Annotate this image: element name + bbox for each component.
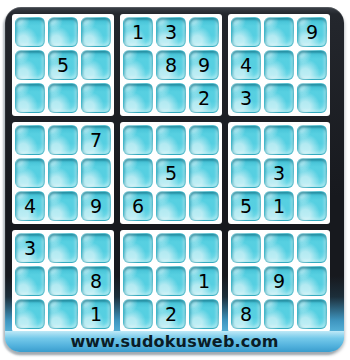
sudoku-cell-r6c9[interactable] (297, 191, 327, 221)
sudoku-box: 56 (120, 122, 222, 224)
cell-digit: 1 (90, 299, 102, 329)
sudoku-cell-r2c8[interactable] (264, 50, 294, 80)
sudoku-cell-r9c4[interactable] (123, 299, 153, 329)
sudoku-cell-r6c3[interactable]: 9 (81, 191, 111, 221)
cell-digit: 4 (240, 50, 252, 80)
sudoku-cell-r4c6[interactable] (189, 125, 219, 155)
sudoku-cell-r7c9[interactable] (297, 233, 327, 263)
sudoku-cell-r9c8[interactable] (264, 299, 294, 329)
sudoku-cell-r5c4[interactable] (123, 158, 153, 188)
sudoku-cell-r5c2[interactable] (48, 158, 78, 188)
sudoku-cell-r3c3[interactable] (81, 83, 111, 113)
sudoku-cell-r9c1[interactable] (15, 299, 45, 329)
sudoku-cell-r3c8[interactable] (264, 83, 294, 113)
cell-digit: 1 (198, 266, 210, 296)
sudoku-cell-r8c8[interactable]: 9 (264, 266, 294, 296)
sudoku-cell-r8c7[interactable] (231, 266, 261, 296)
cell-digit: 3 (24, 233, 36, 263)
sudoku-app-frame: 513892943749563513811298 www.sudokusweb.… (5, 7, 344, 352)
sudoku-cell-r7c1[interactable]: 3 (15, 233, 45, 263)
sudoku-cell-r8c5[interactable] (156, 266, 186, 296)
sudoku-cell-r4c1[interactable] (15, 125, 45, 155)
sudoku-cell-r1c4[interactable]: 1 (123, 17, 153, 47)
sudoku-cell-r6c2[interactable] (48, 191, 78, 221)
sudoku-cell-r4c3[interactable]: 7 (81, 125, 111, 155)
sudoku-cell-r4c7[interactable] (231, 125, 261, 155)
sudoku-cell-r1c9[interactable]: 9 (297, 17, 327, 47)
sudoku-cell-r1c2[interactable] (48, 17, 78, 47)
sudoku-cell-r4c2[interactable] (48, 125, 78, 155)
cell-digit: 1 (273, 191, 285, 221)
sudoku-cell-r7c3[interactable] (81, 233, 111, 263)
sudoku-cell-r1c1[interactable] (15, 17, 45, 47)
sudoku-cell-r7c5[interactable] (156, 233, 186, 263)
sudoku-cell-r2c3[interactable] (81, 50, 111, 80)
sudoku-cell-r9c7[interactable]: 8 (231, 299, 261, 329)
cell-digit: 2 (198, 83, 210, 113)
sudoku-cell-r5c5[interactable]: 5 (156, 158, 186, 188)
cell-digit: 3 (165, 17, 177, 47)
sudoku-cell-r6c8[interactable]: 1 (264, 191, 294, 221)
sudoku-cell-r7c7[interactable] (231, 233, 261, 263)
cell-digit: 3 (240, 83, 252, 113)
sudoku-cell-r5c3[interactable] (81, 158, 111, 188)
sudoku-box: 12 (120, 230, 222, 332)
cell-digit: 8 (240, 299, 252, 329)
sudoku-cell-r2c4[interactable] (123, 50, 153, 80)
cell-digit: 3 (273, 158, 285, 188)
sudoku-cell-r1c8[interactable] (264, 17, 294, 47)
sudoku-cell-r3c2[interactable] (48, 83, 78, 113)
cell-digit: 5 (57, 50, 69, 80)
sudoku-box: 381 (12, 230, 114, 332)
cell-digit: 2 (165, 299, 177, 329)
sudoku-cell-r2c5[interactable]: 8 (156, 50, 186, 80)
cell-digit: 5 (240, 191, 252, 221)
sudoku-box: 749 (12, 122, 114, 224)
sudoku-box: 13892 (120, 14, 222, 116)
footer-bar: www.sudokusweb.com (5, 331, 344, 352)
sudoku-cell-r4c5[interactable] (156, 125, 186, 155)
sudoku-cell-r5c8[interactable]: 3 (264, 158, 294, 188)
sudoku-cell-r2c1[interactable] (15, 50, 45, 80)
sudoku-cell-r7c8[interactable] (264, 233, 294, 263)
sudoku-cell-r5c6[interactable] (189, 158, 219, 188)
sudoku-cell-r8c9[interactable] (297, 266, 327, 296)
sudoku-cell-r7c2[interactable] (48, 233, 78, 263)
sudoku-cell-r2c9[interactable] (297, 50, 327, 80)
sudoku-cell-r1c7[interactable] (231, 17, 261, 47)
sudoku-cell-r7c6[interactable] (189, 233, 219, 263)
sudoku-cell-r8c4[interactable] (123, 266, 153, 296)
sudoku-cell-r7c4[interactable] (123, 233, 153, 263)
sudoku-cell-r5c7[interactable] (231, 158, 261, 188)
cell-digit: 9 (90, 191, 102, 221)
sudoku-cell-r6c4[interactable]: 6 (123, 191, 153, 221)
cell-digit: 1 (132, 17, 144, 47)
sudoku-cell-r5c1[interactable] (15, 158, 45, 188)
sudoku-box: 943 (228, 14, 330, 116)
sudoku-cell-r3c4[interactable] (123, 83, 153, 113)
sudoku-cell-r3c1[interactable] (15, 83, 45, 113)
sudoku-cell-r6c1[interactable]: 4 (15, 191, 45, 221)
sudoku-board: 513892943749563513811298 (12, 14, 330, 332)
cell-digit: 5 (165, 158, 177, 188)
sudoku-box: 351 (228, 122, 330, 224)
sudoku-cell-r8c3[interactable]: 8 (81, 266, 111, 296)
sudoku-cell-r4c4[interactable] (123, 125, 153, 155)
sudoku-cell-r1c6[interactable] (189, 17, 219, 47)
cell-digit: 4 (24, 191, 36, 221)
sudoku-cell-r3c5[interactable] (156, 83, 186, 113)
sudoku-cell-r9c6[interactable] (189, 299, 219, 329)
sudoku-cell-r2c6[interactable]: 9 (189, 50, 219, 80)
sudoku-cell-r9c3[interactable]: 1 (81, 299, 111, 329)
sudoku-cell-r8c1[interactable] (15, 266, 45, 296)
sudoku-cell-r1c5[interactable]: 3 (156, 17, 186, 47)
cell-digit: 8 (165, 50, 177, 80)
sudoku-cell-r3c6[interactable]: 2 (189, 83, 219, 113)
sudoku-cell-r4c9[interactable] (297, 125, 327, 155)
sudoku-cell-r6c5[interactable] (156, 191, 186, 221)
sudoku-cell-r6c7[interactable]: 5 (231, 191, 261, 221)
sudoku-cell-r8c2[interactable] (48, 266, 78, 296)
cell-digit: 9 (198, 50, 210, 80)
sudoku-cell-r3c9[interactable] (297, 83, 327, 113)
cell-digit: 8 (90, 266, 102, 296)
sudoku-box: 98 (228, 230, 330, 332)
sudoku-cell-r9c9[interactable] (297, 299, 327, 329)
sudoku-cell-r6c6[interactable] (189, 191, 219, 221)
cell-digit: 9 (306, 17, 318, 47)
cell-digit: 7 (90, 125, 102, 155)
sudoku-cell-r1c3[interactable] (81, 17, 111, 47)
cell-digit: 6 (132, 191, 144, 221)
sudoku-box: 5 (12, 14, 114, 116)
sudoku-cell-r5c9[interactable] (297, 158, 327, 188)
sudoku-cell-r9c5[interactable]: 2 (156, 299, 186, 329)
sudoku-cell-r2c2[interactable]: 5 (48, 50, 78, 80)
sudoku-cell-r4c8[interactable] (264, 125, 294, 155)
sudoku-cell-r3c7[interactable]: 3 (231, 83, 261, 113)
sudoku-cell-r2c7[interactable]: 4 (231, 50, 261, 80)
sudoku-cell-r8c6[interactable]: 1 (189, 266, 219, 296)
sudoku-cell-r9c2[interactable] (48, 299, 78, 329)
website-link[interactable]: www.sudokusweb.com (70, 332, 278, 351)
cell-digit: 9 (273, 266, 285, 296)
